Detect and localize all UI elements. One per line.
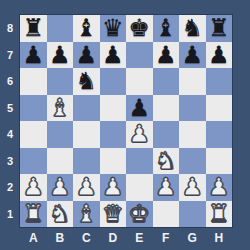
square-h6[interactable] — [206, 68, 233, 95]
black-pawn-piece[interactable]: ♟ — [128, 96, 150, 120]
white-pawn-piece[interactable]: ♟ — [75, 175, 97, 199]
square-e6[interactable] — [126, 68, 153, 95]
rank-label-6: 6 — [7, 75, 13, 87]
square-e7[interactable] — [126, 42, 153, 69]
rank-labels: 87654321 — [0, 15, 20, 227]
square-b2[interactable]: ♟ — [47, 174, 74, 201]
square-a2[interactable]: ♟ — [20, 174, 47, 201]
white-pawn-piece[interactable]: ♟ — [49, 175, 71, 199]
board[interactable]: ♜♝♛♚♝♞♜♟♟♟♟♟♟♟♞♝♟♟♞♟♟♟♟♟♟♟♜♞♝♛♚♜ — [20, 15, 232, 227]
square-h7[interactable]: ♟ — [206, 42, 233, 69]
square-g4[interactable] — [179, 121, 206, 148]
square-h4[interactable] — [206, 121, 233, 148]
square-a7[interactable]: ♟ — [20, 42, 47, 69]
file-label-d: D — [108, 231, 117, 245]
square-a4[interactable] — [20, 121, 47, 148]
file-label-h: H — [214, 231, 223, 245]
square-h1[interactable]: ♜ — [206, 201, 233, 228]
black-queen-piece[interactable]: ♛ — [102, 16, 124, 40]
white-knight-piece[interactable]: ♞ — [155, 149, 177, 173]
square-f1[interactable] — [153, 201, 180, 228]
square-e8[interactable]: ♚ — [126, 15, 153, 42]
file-label-e: E — [135, 231, 143, 245]
square-b6[interactable] — [47, 68, 74, 95]
square-f7[interactable]: ♟ — [153, 42, 180, 69]
square-g2[interactable]: ♟ — [179, 174, 206, 201]
square-h3[interactable] — [206, 148, 233, 175]
square-a8[interactable]: ♜ — [20, 15, 47, 42]
black-knight-piece[interactable]: ♞ — [75, 69, 97, 93]
square-e1[interactable]: ♚ — [126, 201, 153, 228]
white-queen-piece[interactable]: ♛ — [102, 202, 124, 226]
white-pawn-piece[interactable]: ♟ — [102, 175, 124, 199]
square-f2[interactable]: ♟ — [153, 174, 180, 201]
white-king-piece[interactable]: ♚ — [128, 202, 150, 226]
white-pawn-piece[interactable]: ♟ — [155, 175, 177, 199]
square-b1[interactable]: ♞ — [47, 201, 74, 228]
square-d4[interactable] — [100, 121, 127, 148]
file-label-f: F — [162, 231, 169, 245]
square-b3[interactable] — [47, 148, 74, 175]
file-labels: ABCDEFGH — [20, 228, 232, 248]
black-king-piece[interactable]: ♚ — [128, 16, 150, 40]
square-c8[interactable]: ♝ — [73, 15, 100, 42]
square-c6[interactable]: ♞ — [73, 68, 100, 95]
rank-label-8: 8 — [7, 22, 13, 34]
square-d6[interactable] — [100, 68, 127, 95]
square-h5[interactable] — [206, 95, 233, 122]
square-d5[interactable] — [100, 95, 127, 122]
square-f4[interactable] — [153, 121, 180, 148]
chess-diagram: 87654321 ♜♝♛♚♝♞♜♟♟♟♟♟♟♟♞♝♟♟♞♟♟♟♟♟♟♟♜♞♝♛♚… — [0, 0, 250, 250]
square-h8[interactable]: ♜ — [206, 15, 233, 42]
black-rook-piece[interactable]: ♜ — [208, 16, 230, 40]
square-f3[interactable]: ♞ — [153, 148, 180, 175]
square-d1[interactable]: ♛ — [100, 201, 127, 228]
square-e5[interactable]: ♟ — [126, 95, 153, 122]
square-e2[interactable] — [126, 174, 153, 201]
file-label-a: A — [29, 231, 38, 245]
black-pawn-piece[interactable]: ♟ — [102, 43, 124, 67]
square-g7[interactable]: ♟ — [179, 42, 206, 69]
black-pawn-piece[interactable]: ♟ — [155, 43, 177, 67]
square-a3[interactable] — [20, 148, 47, 175]
square-a5[interactable] — [20, 95, 47, 122]
square-g5[interactable] — [179, 95, 206, 122]
square-a1[interactable]: ♜ — [20, 201, 47, 228]
square-f5[interactable] — [153, 95, 180, 122]
file-label-g: G — [188, 231, 197, 245]
square-c7[interactable]: ♟ — [73, 42, 100, 69]
square-b7[interactable]: ♟ — [47, 42, 74, 69]
square-d8[interactable]: ♛ — [100, 15, 127, 42]
square-c4[interactable] — [73, 121, 100, 148]
rank-label-5: 5 — [7, 102, 13, 114]
square-a6[interactable] — [20, 68, 47, 95]
file-label-c: C — [82, 231, 91, 245]
square-f6[interactable] — [153, 68, 180, 95]
square-d3[interactable] — [100, 148, 127, 175]
rank-label-3: 3 — [7, 155, 13, 167]
square-g6[interactable] — [179, 68, 206, 95]
white-pawn-piece[interactable]: ♟ — [128, 122, 150, 146]
white-pawn-piece[interactable]: ♟ — [208, 175, 230, 199]
white-pawn-piece[interactable]: ♟ — [22, 175, 44, 199]
square-g8[interactable]: ♞ — [179, 15, 206, 42]
black-pawn-piece[interactable]: ♟ — [75, 43, 97, 67]
black-pawn-piece[interactable]: ♟ — [49, 43, 71, 67]
white-rook-piece[interactable]: ♜ — [208, 202, 230, 226]
white-bishop-piece[interactable]: ♝ — [75, 202, 97, 226]
square-b4[interactable] — [47, 121, 74, 148]
black-pawn-piece[interactable]: ♟ — [208, 43, 230, 67]
black-rook-piece[interactable]: ♜ — [22, 16, 44, 40]
white-knight-piece[interactable]: ♞ — [49, 202, 71, 226]
square-e3[interactable] — [126, 148, 153, 175]
square-h2[interactable]: ♟ — [206, 174, 233, 201]
black-bishop-piece[interactable]: ♝ — [155, 16, 177, 40]
rank-label-1: 1 — [7, 208, 13, 220]
square-c2[interactable]: ♟ — [73, 174, 100, 201]
rank-label-2: 2 — [7, 181, 13, 193]
square-c5[interactable] — [73, 95, 100, 122]
rank-label-4: 4 — [7, 128, 13, 140]
black-bishop-piece[interactable]: ♝ — [75, 16, 97, 40]
white-pawn-piece[interactable]: ♟ — [181, 175, 203, 199]
white-bishop-piece[interactable]: ♝ — [49, 96, 71, 120]
square-c3[interactable] — [73, 148, 100, 175]
black-pawn-piece[interactable]: ♟ — [22, 43, 44, 67]
square-b5[interactable]: ♝ — [47, 95, 74, 122]
square-c1[interactable]: ♝ — [73, 201, 100, 228]
file-label-b: B — [55, 231, 64, 245]
black-knight-piece[interactable]: ♞ — [181, 16, 203, 40]
square-g1[interactable] — [179, 201, 206, 228]
white-rook-piece[interactable]: ♜ — [22, 202, 44, 226]
square-e4[interactable]: ♟ — [126, 121, 153, 148]
rank-label-7: 7 — [7, 49, 13, 61]
square-d7[interactable]: ♟ — [100, 42, 127, 69]
black-pawn-piece[interactable]: ♟ — [181, 43, 203, 67]
square-g3[interactable] — [179, 148, 206, 175]
square-b8[interactable] — [47, 15, 74, 42]
square-d2[interactable]: ♟ — [100, 174, 127, 201]
square-f8[interactable]: ♝ — [153, 15, 180, 42]
